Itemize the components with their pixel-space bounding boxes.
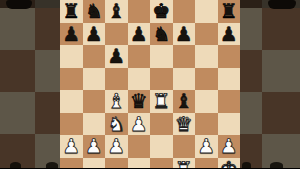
- piece-black-pawn[interactable]: ♟: [107, 46, 125, 66]
- piece-black-pawn[interactable]: ♟: [85, 23, 103, 43]
- piece-white-rook[interactable]: ♜: [152, 91, 170, 111]
- blurred-piece-fragment: [270, 162, 283, 168]
- square-g1[interactable]: [195, 158, 218, 169]
- square-a3[interactable]: [60, 113, 83, 136]
- square-h2[interactable]: ♟: [218, 135, 241, 158]
- square-a6[interactable]: [60, 45, 83, 68]
- blurred-piece-fragment: [242, 162, 251, 168]
- square-d3[interactable]: ♟: [128, 113, 151, 136]
- piece-black-knight[interactable]: ♞: [152, 23, 170, 43]
- square-f6[interactable]: [173, 45, 196, 68]
- letterbox-right: [240, 0, 300, 168]
- piece-black-knight[interactable]: ♞: [85, 1, 103, 21]
- piece-white-pawn[interactable]: ♟: [220, 136, 238, 156]
- square-b5[interactable]: [83, 68, 106, 91]
- square-c2[interactable]: ♟: [105, 135, 128, 158]
- blurred-piece-fragment: [46, 162, 58, 168]
- square-c6[interactable]: ♟: [105, 45, 128, 68]
- square-f1[interactable]: ♜: [173, 158, 196, 169]
- square-b3[interactable]: [83, 113, 106, 136]
- piece-black-pawn[interactable]: ♟: [130, 23, 148, 43]
- square-b6[interactable]: [83, 45, 106, 68]
- square-f3[interactable]: ♛: [173, 113, 196, 136]
- square-a7[interactable]: ♟: [60, 23, 83, 46]
- square-h5[interactable]: [218, 68, 241, 91]
- square-d4[interactable]: ♛: [128, 90, 151, 113]
- piece-white-pawn[interactable]: ♟: [85, 136, 103, 156]
- square-d6[interactable]: [128, 45, 151, 68]
- square-g4[interactable]: [195, 90, 218, 113]
- square-c3[interactable]: ♞: [105, 113, 128, 136]
- square-h7[interactable]: ♟: [218, 23, 241, 46]
- square-b8[interactable]: ♞: [83, 0, 106, 23]
- blurred-piece-fragment: [10, 162, 21, 168]
- square-h8[interactable]: ♜: [218, 0, 241, 23]
- square-d7[interactable]: ♟: [128, 23, 151, 46]
- video-frame: ♜♞♝♚♜♟♟♟♞♟♟♟♝♛♜♝♞♟♛♟♟♟♟♟♜♚: [0, 0, 300, 168]
- square-e8[interactable]: ♚: [150, 0, 173, 23]
- square-h3[interactable]: [218, 113, 241, 136]
- piece-black-pawn[interactable]: ♟: [62, 23, 80, 43]
- square-f5[interactable]: [173, 68, 196, 91]
- square-h1[interactable]: ♚: [218, 158, 241, 169]
- square-b2[interactable]: ♟: [83, 135, 106, 158]
- square-h4[interactable]: [218, 90, 241, 113]
- square-h6[interactable]: [218, 45, 241, 68]
- piece-white-pawn[interactable]: ♟: [107, 136, 125, 156]
- square-f8[interactable]: [173, 0, 196, 23]
- square-c7[interactable]: [105, 23, 128, 46]
- square-d8[interactable]: [128, 0, 151, 23]
- square-b7[interactable]: ♟: [83, 23, 106, 46]
- piece-white-pawn[interactable]: ♟: [62, 136, 80, 156]
- square-e7[interactable]: ♞: [150, 23, 173, 46]
- square-e5[interactable]: [150, 68, 173, 91]
- square-d5[interactable]: [128, 68, 151, 91]
- piece-black-pawn[interactable]: ♟: [175, 23, 193, 43]
- chess-board: ♜♞♝♚♜♟♟♟♞♟♟♟♝♛♜♝♞♟♛♟♟♟♟♟♜♚: [60, 0, 240, 168]
- piece-black-rook[interactable]: ♜: [62, 1, 80, 21]
- square-a1[interactable]: [60, 158, 83, 169]
- square-e6[interactable]: [150, 45, 173, 68]
- square-d2[interactable]: [128, 135, 151, 158]
- square-a4[interactable]: [60, 90, 83, 113]
- square-f2[interactable]: [173, 135, 196, 158]
- blurred-black-piece-fragment: [268, 0, 296, 9]
- square-f4[interactable]: ♝: [173, 90, 196, 113]
- square-e1[interactable]: [150, 158, 173, 169]
- square-a2[interactable]: ♟: [60, 135, 83, 158]
- square-c1[interactable]: [105, 158, 128, 169]
- square-g8[interactable]: [195, 0, 218, 23]
- square-c8[interactable]: ♝: [105, 0, 128, 23]
- square-g2[interactable]: ♟: [195, 135, 218, 158]
- letterbox-left: [0, 0, 60, 168]
- square-g3[interactable]: [195, 113, 218, 136]
- piece-black-king[interactable]: ♚: [152, 1, 170, 21]
- square-a5[interactable]: [60, 68, 83, 91]
- square-g5[interactable]: [195, 68, 218, 91]
- piece-black-pawn[interactable]: ♟: [220, 23, 238, 43]
- square-g6[interactable]: [195, 45, 218, 68]
- piece-white-bishop[interactable]: ♝: [107, 91, 125, 111]
- piece-white-pawn[interactable]: ♟: [197, 136, 215, 156]
- square-g7[interactable]: [195, 23, 218, 46]
- square-e4[interactable]: ♜: [150, 90, 173, 113]
- piece-white-queen[interactable]: ♛: [175, 113, 193, 133]
- blurred-black-piece-fragment: [6, 0, 32, 9]
- square-f7[interactable]: ♟: [173, 23, 196, 46]
- square-e2[interactable]: [150, 135, 173, 158]
- piece-black-bishop[interactable]: ♝: [107, 1, 125, 21]
- piece-white-rook[interactable]: ♜: [175, 158, 193, 168]
- square-c4[interactable]: ♝: [105, 90, 128, 113]
- square-b1[interactable]: [83, 158, 106, 169]
- piece-white-king[interactable]: ♚: [220, 158, 238, 168]
- piece-black-bishop[interactable]: ♝: [175, 91, 193, 111]
- square-e3[interactable]: [150, 113, 173, 136]
- piece-black-rook[interactable]: ♜: [220, 1, 238, 21]
- piece-white-pawn[interactable]: ♟: [130, 113, 148, 133]
- piece-white-knight[interactable]: ♞: [107, 113, 125, 133]
- piece-black-queen[interactable]: ♛: [130, 91, 148, 111]
- square-d1[interactable]: [128, 158, 151, 169]
- square-c5[interactable]: [105, 68, 128, 91]
- square-a8[interactable]: ♜: [60, 0, 83, 23]
- square-b4[interactable]: [83, 90, 106, 113]
